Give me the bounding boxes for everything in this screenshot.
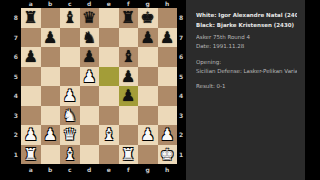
square-g8[interactable]: ♚ xyxy=(138,8,158,28)
square-d2[interactable] xyxy=(80,125,100,145)
rank-label-1: 1 xyxy=(0,145,21,165)
rank-label-1: 1 xyxy=(177,145,186,165)
file-label-f: f xyxy=(119,166,139,180)
white-rook: ♜ xyxy=(121,145,135,165)
file-label-e: e xyxy=(99,166,119,180)
white-pawn: ♟ xyxy=(160,125,174,145)
opening-label: Opening: xyxy=(196,58,297,67)
file-label-a: a xyxy=(21,0,41,8)
rank-label-2: 2 xyxy=(0,125,21,145)
file-label-d: d xyxy=(80,166,100,180)
square-e3[interactable] xyxy=(99,106,119,126)
rank-labels-right: 87654321 xyxy=(177,8,186,164)
square-g2[interactable]: ♟ xyxy=(138,125,158,145)
white-king: ♚ xyxy=(160,145,174,165)
square-e1[interactable] xyxy=(99,145,119,165)
event-line: Asker 75th Round 4 xyxy=(196,33,297,42)
file-label-d: d xyxy=(80,0,100,8)
file-label-c: c xyxy=(60,166,80,180)
file-label-c: c xyxy=(60,0,80,8)
square-f1[interactable]: ♜ xyxy=(119,145,139,165)
black-pawn: ♟ xyxy=(24,47,38,67)
players-block: White: Igor Alexandre Natal (2400) Black… xyxy=(196,10,297,30)
file-labels-bottom: abcdefgh xyxy=(21,164,177,180)
square-d5[interactable]: ♟ xyxy=(80,67,100,87)
rank-label-6: 6 xyxy=(177,47,186,67)
white-pawn: ♟ xyxy=(141,125,155,145)
square-e2[interactable]: ♝ xyxy=(99,125,119,145)
square-h3[interactable] xyxy=(158,106,178,126)
white-pawn: ♟ xyxy=(63,86,77,106)
file-label-g: g xyxy=(138,0,158,8)
square-h2[interactable]: ♟ xyxy=(158,125,178,145)
square-e5[interactable] xyxy=(99,67,119,87)
square-h4[interactable] xyxy=(158,86,178,106)
square-g6[interactable] xyxy=(138,47,158,67)
rank-label-6: 6 xyxy=(0,47,21,67)
file-label-b: b xyxy=(41,0,61,8)
result-block: Result: 0-1 xyxy=(196,82,297,91)
rank-label-4: 4 xyxy=(0,86,21,106)
rank-label-5: 5 xyxy=(177,67,186,87)
square-g7[interactable]: ♟ xyxy=(138,28,158,48)
date-line: Date: 1991.11.28 xyxy=(196,42,297,51)
square-h1[interactable]: ♚ xyxy=(158,145,178,165)
rank-label-8: 8 xyxy=(177,8,186,28)
square-h5[interactable] xyxy=(158,67,178,87)
square-b8[interactable] xyxy=(41,8,61,28)
rank-label-2: 2 xyxy=(177,125,186,145)
black-pawn: ♟ xyxy=(43,28,57,48)
black-bishop: ♝ xyxy=(63,8,77,28)
black-pawn: ♟ xyxy=(121,67,135,87)
square-a3[interactable] xyxy=(21,106,41,126)
square-h8[interactable] xyxy=(158,8,178,28)
white-rook: ♜ xyxy=(24,145,38,165)
square-f7[interactable] xyxy=(119,28,139,48)
square-a4[interactable] xyxy=(21,86,41,106)
square-a5[interactable] xyxy=(21,67,41,87)
result-line: Result: 0-1 xyxy=(196,82,297,91)
rank-label-7: 7 xyxy=(177,28,186,48)
square-c5[interactable] xyxy=(60,67,80,87)
black-pawn: ♟ xyxy=(141,28,155,48)
square-c1[interactable]: ♝ xyxy=(60,145,80,165)
file-label-f: f xyxy=(119,0,139,8)
square-a7[interactable] xyxy=(21,28,41,48)
chess-board: ♜♝♛♜♚♟♞♟♟♟♟♝♟♟♟♟♞♟♟♛♝♟♟♜♝♜♚ xyxy=(21,8,177,164)
square-g5[interactable] xyxy=(138,67,158,87)
square-f5[interactable]: ♟ xyxy=(119,67,139,87)
event-block: Asker 75th Round 4 Date: 1991.11.28 xyxy=(196,33,297,51)
white-pawn: ♟ xyxy=(82,67,96,87)
opening-name-line: Sicilian Defense: Lasker-Pelikan Variati… xyxy=(196,67,297,76)
opening-block: Opening: Sicilian Defense: Lasker-Pelika… xyxy=(196,58,297,76)
file-label-h: h xyxy=(158,166,178,180)
square-f2[interactable] xyxy=(119,125,139,145)
square-a1[interactable]: ♜ xyxy=(21,145,41,165)
square-f4[interactable]: ♟ xyxy=(119,86,139,106)
white-player-line: White: Igor Alexandre Natal (2400) xyxy=(196,10,297,20)
file-label-a: a xyxy=(21,166,41,180)
rank-label-7: 7 xyxy=(0,28,21,48)
square-h6[interactable] xyxy=(158,47,178,67)
black-pawn: ♟ xyxy=(121,86,135,106)
black-pawn: ♟ xyxy=(82,47,96,67)
square-c6[interactable] xyxy=(60,47,80,67)
square-b7[interactable]: ♟ xyxy=(41,28,61,48)
square-b5[interactable] xyxy=(41,67,61,87)
square-e8[interactable] xyxy=(99,8,119,28)
square-f6[interactable]: ♝ xyxy=(119,47,139,67)
square-c4[interactable]: ♟ xyxy=(60,86,80,106)
square-e4[interactable] xyxy=(99,86,119,106)
square-b2[interactable]: ♟ xyxy=(41,125,61,145)
white-pawn: ♟ xyxy=(43,125,57,145)
square-b3[interactable] xyxy=(41,106,61,126)
black-king: ♚ xyxy=(141,8,155,28)
rank-label-3: 3 xyxy=(0,106,21,126)
square-d8[interactable]: ♛ xyxy=(80,8,100,28)
chess-viewer: abcdefgh 87654321 ♜♝♛♜♚♟♞♟♟♟♟♝♟♟♟♟♞♟♟♛♝♟… xyxy=(0,0,320,180)
file-label-e: e xyxy=(99,0,119,8)
file-label-h: h xyxy=(158,0,178,8)
square-a2[interactable]: ♟ xyxy=(21,125,41,145)
square-a8[interactable]: ♜ xyxy=(21,8,41,28)
square-f8[interactable]: ♜ xyxy=(119,8,139,28)
square-f3[interactable] xyxy=(119,106,139,126)
white-knight: ♞ xyxy=(63,106,77,126)
square-d7[interactable]: ♞ xyxy=(80,28,100,48)
square-g1[interactable] xyxy=(138,145,158,165)
rank-labels-left: 87654321 xyxy=(0,8,21,164)
square-d1[interactable] xyxy=(80,145,100,165)
square-h7[interactable]: ♟ xyxy=(158,28,178,48)
square-c2[interactable]: ♛ xyxy=(60,125,80,145)
square-g3[interactable] xyxy=(138,106,158,126)
square-c7[interactable] xyxy=(60,28,80,48)
square-d6[interactable]: ♟ xyxy=(80,47,100,67)
white-bishop: ♝ xyxy=(63,145,77,165)
file-label-b: b xyxy=(41,166,61,180)
square-c3[interactable]: ♞ xyxy=(60,106,80,126)
square-a6[interactable]: ♟ xyxy=(21,47,41,67)
rank-label-5: 5 xyxy=(0,67,21,87)
square-b4[interactable] xyxy=(41,86,61,106)
square-b6[interactable] xyxy=(41,47,61,67)
square-d4[interactable] xyxy=(80,86,100,106)
square-g4[interactable] xyxy=(138,86,158,106)
black-pawn: ♟ xyxy=(160,28,174,48)
file-label-g: g xyxy=(138,166,158,180)
square-e7[interactable] xyxy=(99,28,119,48)
square-e6[interactable] xyxy=(99,47,119,67)
game-info-panel: White: Igor Alexandre Natal (2400) Black… xyxy=(186,0,305,180)
white-queen: ♛ xyxy=(63,125,77,145)
rank-label-8: 8 xyxy=(0,8,21,28)
square-b1[interactable] xyxy=(41,145,61,165)
white-bishop: ♝ xyxy=(102,125,116,145)
black-rook: ♜ xyxy=(121,8,135,28)
rank-label-3: 3 xyxy=(177,106,186,126)
black-rook: ♜ xyxy=(24,8,38,28)
square-d3[interactable] xyxy=(80,106,100,126)
file-labels-top: abcdefgh xyxy=(21,0,177,8)
black-knight: ♞ xyxy=(82,28,96,48)
square-c8[interactable]: ♝ xyxy=(60,8,80,28)
rank-label-4: 4 xyxy=(177,86,186,106)
black-player-line: Black: Bjarke Kristensen (2430) xyxy=(196,20,297,30)
white-pawn: ♟ xyxy=(24,125,38,145)
black-queen: ♛ xyxy=(82,8,96,28)
black-bishop: ♝ xyxy=(121,47,135,67)
